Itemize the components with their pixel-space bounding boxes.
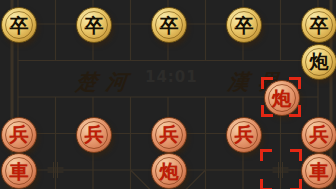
xiangqi-board[interactable]: 楚河 漢界 14:01 卒卒卒卒卒炮炮兵兵兵兵兵車炮車: [0, 0, 336, 189]
piece-black-pawn[interactable]: 卒: [151, 7, 187, 43]
bracket-corner: [289, 105, 301, 117]
bracket-corner: [290, 149, 302, 161]
piece-red-soldier[interactable]: 兵: [76, 117, 112, 153]
piece-red-soldier[interactable]: 兵: [226, 117, 262, 153]
piece-glyph: 車: [10, 162, 29, 181]
piece-glyph: 兵: [160, 125, 179, 144]
piece-red-cannon[interactable]: 炮: [151, 153, 187, 189]
game-timer: 14:01: [145, 68, 198, 86]
piece-red-soldier[interactable]: 兵: [301, 117, 336, 153]
piece-black-pawn[interactable]: 卒: [301, 7, 336, 43]
bracket-corner: [260, 149, 272, 161]
piece-black-cannon[interactable]: 炮: [301, 44, 336, 80]
bracket-corner: [261, 105, 273, 117]
piece-red-soldier[interactable]: 兵: [1, 117, 37, 153]
piece-glyph: 炮: [160, 162, 179, 181]
piece-glyph: 兵: [310, 125, 329, 144]
piece-glyph: 卒: [10, 16, 29, 35]
piece-glyph: 兵: [85, 125, 104, 144]
bracket-corner: [261, 77, 273, 89]
river-label-chu: 楚河: [75, 68, 138, 96]
piece-red-soldier[interactable]: 兵: [151, 117, 187, 153]
piece-glyph: 炮: [310, 52, 329, 71]
piece-glyph: 車: [310, 162, 329, 181]
piece-glyph: 兵: [235, 125, 254, 144]
move-origin-bracket: [260, 149, 302, 189]
bracket-corner: [260, 179, 272, 189]
piece-red-chariot[interactable]: 車: [1, 153, 37, 189]
piece-glyph: 卒: [85, 16, 104, 35]
piece-glyph: 卒: [160, 16, 179, 35]
bracket-corner: [290, 179, 302, 189]
piece-glyph: 兵: [10, 125, 29, 144]
piece-red-chariot[interactable]: 車: [301, 153, 336, 189]
piece-black-pawn[interactable]: 卒: [226, 7, 262, 43]
bracket-corner: [289, 77, 301, 89]
piece-glyph: 卒: [235, 16, 254, 35]
selected-piece-bracket: [261, 77, 301, 117]
piece-black-pawn[interactable]: 卒: [1, 7, 37, 43]
piece-glyph: 卒: [310, 16, 329, 35]
piece-black-pawn[interactable]: 卒: [76, 7, 112, 43]
